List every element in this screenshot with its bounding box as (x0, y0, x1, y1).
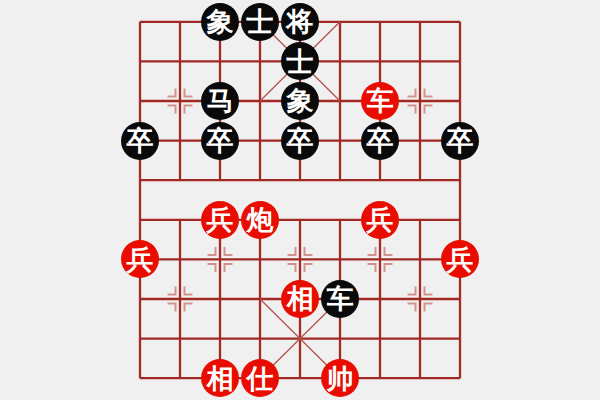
piece-black-chariot[interactable]: 车 (321, 280, 359, 318)
piece-black-advisor[interactable]: 士 (281, 42, 319, 80)
piece-black-soldier[interactable]: 卒 (121, 122, 159, 160)
piece-black-soldier[interactable]: 卒 (441, 122, 479, 160)
xiangqi-board: 象士将士马象车卒卒卒卒卒兵炮兵兵兵相车相仕帅 (0, 0, 600, 400)
piece-red-soldier[interactable]: 兵 (121, 240, 159, 278)
piece-red-soldier[interactable]: 兵 (361, 201, 399, 239)
piece-black-general[interactable]: 将 (281, 3, 319, 41)
piece-black-soldier[interactable]: 卒 (201, 122, 239, 160)
piece-red-elephant[interactable]: 相 (201, 359, 239, 397)
piece-black-horse[interactable]: 马 (201, 82, 239, 120)
piece-black-elephant[interactable]: 象 (281, 82, 319, 120)
board-grid: 象士将士马象车卒卒卒卒卒兵炮兵兵兵相车相仕帅 (120, 2, 480, 398)
piece-black-advisor[interactable]: 士 (241, 3, 279, 41)
piece-black-elephant[interactable]: 象 (201, 3, 239, 41)
piece-black-soldier[interactable]: 卒 (281, 122, 319, 160)
piece-red-advisor[interactable]: 仕 (241, 359, 279, 397)
piece-red-chariot[interactable]: 车 (361, 82, 399, 120)
piece-red-soldier[interactable]: 兵 (441, 240, 479, 278)
piece-red-soldier[interactable]: 兵 (201, 201, 239, 239)
piece-black-soldier[interactable]: 卒 (361, 122, 399, 160)
piece-red-elephant[interactable]: 相 (281, 280, 319, 318)
piece-red-general[interactable]: 帅 (321, 359, 359, 397)
piece-red-cannon[interactable]: 炮 (241, 201, 279, 239)
